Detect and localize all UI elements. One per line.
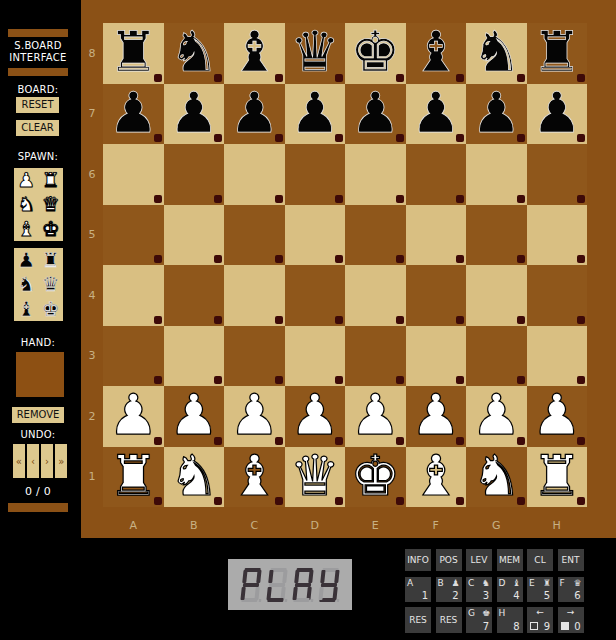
spawn-panel-white: ♟♜♞♛♝♚ [14,168,63,241]
black-king: ♚ [350,24,400,80]
knight-icon: ♞ [482,578,490,588]
key-number: 1 [422,590,428,601]
key-a1[interactable]: A1 [405,577,431,602]
black-bishop: ♝ [411,24,461,80]
square-g7[interactable]: ♟ [466,84,527,145]
square-e1[interactable]: ♚ [345,447,406,508]
key-label: LEV [466,549,492,571]
white-pawn: ♟ [169,387,219,443]
spawn-white-rook-button[interactable]: ♜ [39,168,64,192]
square-b7[interactable]: ♟ [164,84,225,145]
lcd-text [237,565,343,605]
square-c8[interactable]: ♝ [224,23,285,84]
white-queen-icon: ♛ [42,194,60,214]
spawn-panel-black: ♟♜♞♛♝♚ [14,248,63,321]
file-label-b: B [164,513,225,538]
square-g3[interactable] [466,326,527,387]
square-h7[interactable]: ♟ [527,84,588,145]
rank-label-7: 7 [81,84,103,145]
file-label-e: E [345,513,406,538]
square-led [396,255,404,263]
white-pawn: ♟ [350,387,400,443]
black-rook: ♜ [108,24,158,80]
square-e2[interactable]: ♟ [345,386,406,447]
black-king-icon: ♚ [42,299,60,319]
square-led [214,255,222,263]
rank-label-6: 6 [81,144,103,205]
undo-controls: «‹›» [13,444,67,478]
square-c6[interactable] [224,144,285,205]
square-led [275,255,283,263]
white-pawn: ♟ [411,387,461,443]
lcd-char-Y [315,565,343,605]
square-led [335,316,343,324]
white-bishop: ♝ [229,448,279,504]
redo-button[interactable]: › [41,444,53,478]
key-letter: B [438,578,444,588]
square-led [577,255,585,263]
black-pawn: ♟ [411,85,461,141]
queen-icon: ♛ [573,578,581,588]
black-knight: ♞ [169,24,219,80]
square-b2[interactable]: ♟ [164,386,225,447]
key-label: CL [527,549,553,571]
key-number: 8 [513,621,519,632]
square-e4[interactable] [345,265,406,326]
key-pos[interactable]: POS [436,549,462,571]
keypad: INFOPOSLEVMEMCLENTA1B♟2C♞3D♝4E♜5F♛6RESRE… [405,549,584,633]
undo-all-button[interactable]: « [13,444,25,478]
key-number: 6 [574,590,580,601]
key-e5[interactable]: E♜5 [527,577,553,602]
undo-section-label: UNDO: [0,429,76,440]
app-title-line1: S.BOARD [0,40,76,51]
white-pawn-icon: ♟ [17,170,35,190]
hand-section-label: HAND: [0,337,76,348]
square-g5[interactable] [466,205,527,266]
square-a4[interactable] [103,265,164,326]
white-rook: ♜ [532,448,582,504]
square-e6[interactable] [345,144,406,205]
square-c1[interactable]: ♝ [224,447,285,508]
title-rule-bottom [8,68,68,76]
key-number: 2 [452,590,458,601]
white-knight: ♞ [169,448,219,504]
remove-button[interactable]: REMOVE [12,407,64,423]
file-label-h: H [527,513,588,538]
clear-button[interactable]: CLEAR [16,120,59,136]
square-c5[interactable] [224,205,285,266]
white-bishop: ♝ [411,448,461,504]
spawn-section-label: SPAWN: [0,151,76,162]
square-d6[interactable] [285,144,346,205]
key-label: ENT [558,549,584,571]
key-label: POS [436,549,462,571]
square-led [335,195,343,203]
square-led [396,195,404,203]
app-title-line2: INTERFACE [0,52,76,63]
square-f8[interactable]: ♝ [406,23,467,84]
sidebar: S.BOARD INTERFACE BOARD: RESET CLEAR SPA… [0,0,81,640]
square-f3[interactable] [406,326,467,387]
key-number: 3 [483,590,489,601]
square-b8[interactable]: ♞ [164,23,225,84]
square-f7[interactable]: ♟ [406,84,467,145]
square-e5[interactable] [345,205,406,266]
square-led [517,195,525,203]
square-led [577,316,585,324]
square-a5[interactable] [103,205,164,266]
square-led [517,255,525,263]
square-d1[interactable]: ♛ [285,447,346,508]
black-rook: ♜ [532,24,582,80]
key-label: INFO [405,549,431,571]
square-g4[interactable] [466,265,527,326]
file-label-f: F [406,513,467,538]
spawn-black-rook-button[interactable]: ♜ [39,248,64,272]
key-label: RES [405,607,431,633]
square-f4[interactable] [406,265,467,326]
key-f6[interactable]: F♛6 [558,577,584,602]
arrow-left-icon: ← [527,607,553,617]
key-number: 5 [544,590,550,601]
key-ent[interactable]: ENT [558,549,584,571]
square-led [517,316,525,324]
title-rule-top [8,29,68,37]
square-led [577,195,585,203]
square-d5[interactable] [285,205,346,266]
board-section-label: BOARD: [0,84,76,95]
rook-icon: ♜ [543,578,551,588]
black-pawn: ♟ [350,85,400,141]
file-label-c: C [224,513,285,538]
key-b2[interactable]: B♟2 [436,577,462,602]
square-h2[interactable]: ♟ [527,386,588,447]
square-led [456,316,464,324]
square-g2[interactable]: ♟ [466,386,527,447]
square-e8[interactable]: ♚ [345,23,406,84]
square-c4[interactable] [224,265,285,326]
square-e7[interactable]: ♟ [345,84,406,145]
bishop-icon: ♝ [512,578,520,588]
square-h1[interactable]: ♜ [527,447,588,508]
key-prev-square-9[interactable]: ←9 [527,607,553,633]
king-icon: ♚ [482,608,490,618]
key-letter: A [407,578,413,588]
spawn-black-queen-button[interactable]: ♛ [39,272,64,296]
square-h4[interactable] [527,265,588,326]
square-a7[interactable]: ♟ [103,84,164,145]
square-c3[interactable] [224,326,285,387]
spawn-white-knight-button[interactable]: ♞ [14,192,39,216]
key-number: 9 [544,621,550,632]
black-rook-icon: ♜ [42,250,60,270]
square-led [456,255,464,263]
square-g6[interactable] [466,144,527,205]
file-label-a: A [103,513,164,538]
square-a2[interactable]: ♟ [103,386,164,447]
rank-label-1: 1 [81,447,103,508]
sensor-board-app: S.BOARD INTERFACE BOARD: RESET CLEAR SPA… [0,0,616,640]
redo-all-button[interactable]: » [55,444,67,478]
white-king-icon: ♚ [42,219,60,239]
square-led [214,195,222,203]
rank-label-8: 8 [81,23,103,84]
square-b1[interactable]: ♞ [164,447,225,508]
lcd-char-P [237,565,265,605]
square-b5[interactable] [164,205,225,266]
chess-board: ♜♞♝♛♚♝♞♜♟♟♟♟♟♟♟♟♟♟♟♟♟♟♟♟♜♞♝♛♚♝♞♜ [103,23,587,507]
square-led [275,195,283,203]
white-knight-icon: ♞ [17,194,35,214]
lcd-char-L [263,565,291,605]
white-bishop-icon: ♝ [17,219,35,239]
white-queen: ♛ [290,448,340,504]
key-letter: C [468,578,474,588]
file-label-g: G [466,513,527,538]
undo-counter: 0 / 0 [0,485,76,498]
black-pawn: ♟ [169,85,219,141]
undo-button[interactable]: ‹ [27,444,39,478]
square-led [154,316,162,324]
spawn-white-pawn-button[interactable]: ♟ [14,168,39,192]
key-label: MEM [497,549,523,571]
square-led [154,255,162,263]
arrow-right-icon: → [558,607,584,617]
square-d4[interactable] [285,265,346,326]
square-a1[interactable]: ♜ [103,447,164,508]
square-a3[interactable] [103,326,164,387]
square-led [335,255,343,263]
reset-button[interactable]: RESET [16,97,59,113]
white-pawn: ♟ [108,387,158,443]
rank-label-5: 5 [81,205,103,266]
black-pawn-icon: ♟ [17,250,35,270]
key-info[interactable]: INFO [405,549,431,571]
rank-label-3: 3 [81,326,103,387]
square-f1[interactable]: ♝ [406,447,467,508]
key-res-1[interactable]: RES [405,607,431,633]
white-pawn: ♟ [290,387,340,443]
key-mem[interactable]: MEM [497,549,523,571]
white-rook-icon: ♜ [42,170,60,190]
rank-label-2: 2 [81,386,103,447]
white-pawn: ♟ [532,387,582,443]
square-d8[interactable]: ♛ [285,23,346,84]
square-b4[interactable] [164,265,225,326]
black-knight: ♞ [471,24,521,80]
square-g1[interactable]: ♞ [466,447,527,508]
square-h5[interactable] [527,205,588,266]
rank-label-4: 4 [81,265,103,326]
square-b6[interactable] [164,144,225,205]
square-f5[interactable] [406,205,467,266]
square-c7[interactable]: ♟ [224,84,285,145]
square-led [275,316,283,324]
sidebar-footer-rule [8,503,68,512]
black-knight-icon: ♞ [17,274,35,294]
key-res-2[interactable]: RES [436,607,462,633]
white-pawn: ♟ [229,387,279,443]
square-d3[interactable] [285,326,346,387]
square-led [154,195,162,203]
black-bishop-icon: ♝ [17,299,35,319]
white-knight: ♞ [471,448,521,504]
spawn-black-knight-button[interactable]: ♞ [14,272,39,296]
square-filled-icon [561,622,569,630]
white-king: ♚ [350,448,400,504]
square-e3[interactable] [345,326,406,387]
square-b3[interactable] [164,326,225,387]
spawn-white-queen-button[interactable]: ♛ [39,192,64,216]
square-a8[interactable]: ♜ [103,23,164,84]
key-next-square-0[interactable]: →0 [558,607,584,633]
key-d4[interactable]: D♝4 [497,577,523,602]
square-h3[interactable] [527,326,588,387]
key-number: 4 [513,590,519,601]
hand-slot [16,352,64,397]
key-letter: E [529,578,535,588]
black-queen: ♛ [290,24,340,80]
square-g8[interactable]: ♞ [466,23,527,84]
square-c2[interactable]: ♟ [224,386,285,447]
black-pawn: ♟ [229,85,279,141]
spawn-black-king-button[interactable]: ♚ [39,297,64,321]
key-g7[interactable]: G♚7 [466,607,492,633]
black-bishop: ♝ [229,24,279,80]
lcd-char-A [289,565,317,605]
key-letter: D [499,578,506,588]
white-rook: ♜ [108,448,158,504]
key-label: RES [436,607,462,633]
white-pawn: ♟ [471,387,521,443]
square-led [396,316,404,324]
square-h8[interactable]: ♜ [527,23,588,84]
spawn-black-pawn-button[interactable]: ♟ [14,248,39,272]
pawn-icon: ♟ [451,578,459,588]
lcd-display [228,559,352,610]
key-lev[interactable]: LEV [466,549,492,571]
square-led [456,195,464,203]
square-a6[interactable] [103,144,164,205]
spawn-white-king-button[interactable]: ♚ [39,217,64,241]
spawn-black-bishop-button[interactable]: ♝ [14,297,39,321]
square-led [214,316,222,324]
key-number: 0 [574,621,580,632]
black-queen-icon: ♛ [42,274,60,294]
black-pawn: ♟ [108,85,158,141]
key-letter: G [468,608,475,618]
key-cl[interactable]: CL [527,549,553,571]
black-pawn: ♟ [290,85,340,141]
key-number: 7 [483,621,489,632]
square-f6[interactable] [406,144,467,205]
square-outline-icon [530,622,538,630]
square-f2[interactable]: ♟ [406,386,467,447]
file-label-d: D [285,513,346,538]
square-d7[interactable]: ♟ [285,84,346,145]
square-h6[interactable] [527,144,588,205]
black-pawn: ♟ [471,85,521,141]
square-d2[interactable]: ♟ [285,386,346,447]
key-letter: H [499,608,506,618]
spawn-white-bishop-button[interactable]: ♝ [14,217,39,241]
key-c3[interactable]: C♞3 [466,577,492,602]
key-letter: F [560,578,565,588]
black-pawn: ♟ [532,85,582,141]
key-h8[interactable]: H8 [497,607,523,633]
